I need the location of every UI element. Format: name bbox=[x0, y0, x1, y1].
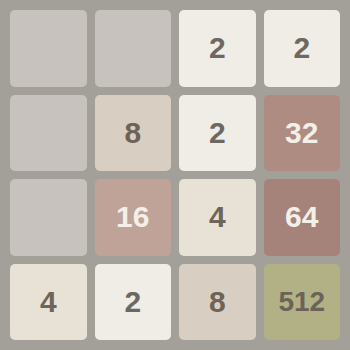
tile-2: 2 bbox=[179, 10, 256, 87]
tile-32: 32 bbox=[264, 95, 341, 172]
tile-8: 8 bbox=[179, 264, 256, 341]
tile-16: 16 bbox=[95, 179, 172, 256]
tile-8: 8 bbox=[95, 95, 172, 172]
empty-cell bbox=[10, 179, 87, 256]
empty-cell bbox=[95, 10, 172, 87]
tile-2: 2 bbox=[264, 10, 341, 87]
empty-cell bbox=[10, 10, 87, 87]
empty-cell bbox=[10, 95, 87, 172]
tile-2: 2 bbox=[179, 95, 256, 172]
tile-512: 512 bbox=[264, 264, 341, 341]
game-board-2048[interactable]: 22823216464428512 bbox=[0, 0, 350, 350]
tile-64: 64 bbox=[264, 179, 341, 256]
tile-4: 4 bbox=[179, 179, 256, 256]
tile-4: 4 bbox=[10, 264, 87, 341]
tile-2: 2 bbox=[95, 264, 172, 341]
